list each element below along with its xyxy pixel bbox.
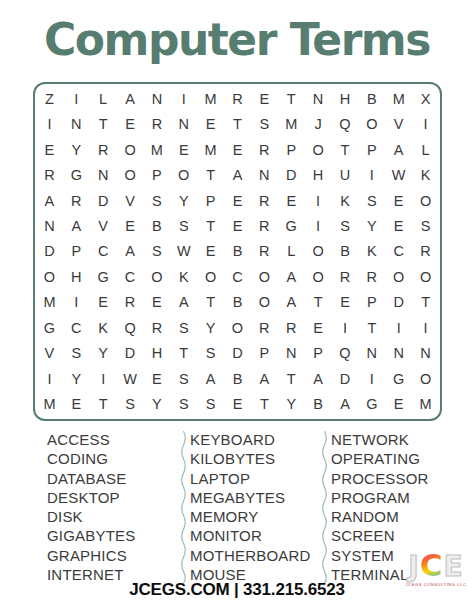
grid-cell[interactable]: O [36,264,63,289]
grid-cell[interactable]: K [412,162,439,187]
grid-cell[interactable]: T [251,392,278,417]
word-list-item: RANDOM [331,507,461,526]
grid-cell[interactable]: T [90,392,117,417]
grid-cell[interactable]: O [170,162,197,187]
grid-cell[interactable]: P [197,188,224,213]
word-list-item: KEYBOARD [190,430,318,449]
logo-letter-e: E [444,550,464,583]
grid-cell[interactable]: Z [36,86,63,111]
grid-cell[interactable]: G [63,162,90,187]
word-list-item: MONITOR [190,526,318,545]
grid-cell[interactable]: K [358,239,385,264]
grid-cell[interactable]: A [251,366,278,391]
grid-cell[interactable]: K [90,315,117,340]
grid-cell[interactable]: I [358,162,385,187]
grid-cell[interactable]: B [332,239,359,264]
grid-cell[interactable]: S [143,239,170,264]
grid-cell[interactable]: P [358,137,385,162]
grid-cell[interactable]: S [197,392,224,417]
grid-cell[interactable]: E [332,290,359,315]
grid-cell[interactable]: Y [63,137,90,162]
grid-cell[interactable]: E [224,137,251,162]
grid-cell[interactable]: J [305,111,332,136]
grid-cell[interactable]: E [224,213,251,238]
grid-cell[interactable]: I [36,366,63,391]
grid-cell[interactable]: N [143,86,170,111]
grid-cell[interactable]: R [143,111,170,136]
grid-cell[interactable]: E [143,366,170,391]
grid-cell[interactable]: B [224,366,251,391]
word-column-1: ACCESSCODINGDATABASEDESKTOPDISKGIGABYTES… [47,430,177,584]
grid-cell[interactable]: H [305,162,332,187]
grid-cell[interactable]: E [385,213,412,238]
grid-cell[interactable]: B [358,86,385,111]
grid-cell[interactable]: A [117,86,144,111]
grid-cell[interactable]: D [90,188,117,213]
grid-cell[interactable]: E [385,392,412,417]
grid-cell[interactable]: E [224,392,251,417]
logo-letter-c: C [420,547,444,583]
grid-cell[interactable]: H [143,341,170,366]
grid-cell[interactable]: N [305,86,332,111]
grid-cell[interactable]: R [117,290,144,315]
grid-cell[interactable]: I [90,366,117,391]
grid-cell[interactable]: D [36,239,63,264]
grid-cell[interactable]: H [332,86,359,111]
jce-logo: JCE JCEGS CONSULTING LLC [403,550,469,587]
grid-cell[interactable]: S [197,341,224,366]
grid-cell[interactable]: E [251,86,278,111]
grid-cell[interactable]: E [143,290,170,315]
grid-cell[interactable]: R [332,264,359,289]
grid-cell[interactable]: B [305,392,332,417]
grid-cell[interactable]: A [170,290,197,315]
grid-cell[interactable]: R [251,213,278,238]
grid-cell[interactable]: I [36,111,63,136]
grid-cell[interactable]: M [385,86,412,111]
grid-cell[interactable]: O [224,315,251,340]
grid-cell[interactable]: O [117,162,144,187]
word-list: ACCESSCODINGDATABASEDESKTOPDISKGIGABYTES… [47,430,461,584]
grid-cell[interactable]: P [63,239,90,264]
logo-tagline: JCEGS CONSULTING LLC [403,583,469,587]
word-list-item: ACCESS [47,430,177,449]
grid-cell[interactable]: R [143,315,170,340]
grid-cell[interactable]: E [385,188,412,213]
grid-cell[interactable]: L [278,239,305,264]
grid-cell[interactable]: T [197,162,224,187]
grid-cell[interactable]: V [90,213,117,238]
grid-cell[interactable]: N [36,213,63,238]
page-title: Computer Terms [0,14,474,65]
grid-cell[interactable]: Y [170,188,197,213]
grid-cell[interactable]: D [332,366,359,391]
grid-cell[interactable]: A [385,137,412,162]
grid-cell[interactable]: B [143,213,170,238]
grid-cell[interactable]: P [251,341,278,366]
word-list-item: KILOBYTES [190,449,318,468]
grid-cell[interactable]: N [170,111,197,136]
grid-cell[interactable]: S [117,392,144,417]
grid-cell[interactable]: I [170,86,197,111]
grid-cell[interactable]: S [170,392,197,417]
grid-cell[interactable]: N [385,341,412,366]
grid-cell[interactable]: M [36,290,63,315]
grid-cell[interactable]: S [358,188,385,213]
grid-cell[interactable]: I [332,315,359,340]
grid-cell[interactable]: T [278,86,305,111]
grid-cell[interactable]: S [170,213,197,238]
grid-cell[interactable]: O [305,137,332,162]
grid-cell[interactable]: T [90,111,117,136]
grid-cell[interactable]: G [90,264,117,289]
grid-cell[interactable]: G [385,366,412,391]
word-list-item: GIGABYTES [47,526,177,545]
grid-cell[interactable]: M [143,137,170,162]
word-list-item: DESKTOP [47,488,177,507]
grid-cell[interactable]: M [36,392,63,417]
grid-cell[interactable]: B [224,290,251,315]
grid-cell[interactable]: S [63,341,90,366]
grid-cell[interactable]: T [332,137,359,162]
grid-cell[interactable]: A [197,366,224,391]
grid-cell[interactable]: L [90,86,117,111]
grid-cell[interactable]: G [358,392,385,417]
word-list-item: PROGRAM [331,488,461,507]
grid-cell[interactable]: U [332,162,359,187]
grid-cell[interactable]: O [251,264,278,289]
grid-cell[interactable]: O [358,111,385,136]
grid-cell[interactable]: R [251,188,278,213]
grid-cell[interactable]: R [90,137,117,162]
word-list-item: DISK [47,507,177,526]
word-list-item: CODING [47,449,177,468]
grid-cell[interactable]: Y [197,315,224,340]
grid-cell[interactable]: E [197,239,224,264]
worksheet-page: Computer Terms ZILANIMRETNHBMXINTERNETSM… [0,0,474,613]
grid-cell[interactable]: S [332,213,359,238]
grid-cell[interactable]: R [63,188,90,213]
grid-cell[interactable]: D [385,290,412,315]
grid-cell[interactable]: E [278,188,305,213]
grid-cell[interactable]: T [358,315,385,340]
grid-cell[interactable]: O [305,239,332,264]
grid-cell[interactable]: T [197,213,224,238]
grid-cell[interactable]: E [224,188,251,213]
grid-cell[interactable]: I [412,111,439,136]
grid-cell[interactable]: E [170,137,197,162]
grid-cell[interactable]: T [224,111,251,136]
grid-cell[interactable]: I [63,86,90,111]
grid-cell[interactable]: S [143,188,170,213]
grid-cell[interactable]: Y [278,392,305,417]
grid-cell[interactable]: N [278,341,305,366]
word-list-item: GRAPHICS [47,546,177,565]
grid-cell[interactable]: K [170,264,197,289]
grid-cell[interactable]: R [36,162,63,187]
wavy-divider-icon [177,430,190,584]
grid-cell[interactable]: C [117,264,144,289]
grid-cell[interactable]: Y [63,366,90,391]
grid-cell[interactable]: N [412,341,439,366]
grid-cell[interactable]: V [36,341,63,366]
grid-cell[interactable]: Y [90,341,117,366]
grid-cell[interactable]: A [332,392,359,417]
grid-cell[interactable]: P [358,290,385,315]
word-list-item: SCREEN [331,526,461,545]
grid-cell[interactable]: R [251,315,278,340]
letter-grid: ZILANIMRETNHBMXINTERNETSMJQOVIEYROMEMERP… [33,82,442,421]
grid-cell[interactable]: Y [143,392,170,417]
grid-cell[interactable]: C [90,239,117,264]
grid-cell[interactable]: O [251,290,278,315]
wavy-divider-icon [318,430,331,584]
grid-cell[interactable]: E [117,111,144,136]
grid-cell[interactable]: P [143,162,170,187]
grid-cell[interactable]: O [143,264,170,289]
word-list-item: OPERATING [331,449,461,468]
grid-cell[interactable]: Q [332,111,359,136]
grid-cell[interactable]: T [305,290,332,315]
grid-cell[interactable]: R [412,239,439,264]
grid-cell[interactable]: O [412,366,439,391]
grid-cell[interactable]: L [412,137,439,162]
grid-cell[interactable]: I [412,315,439,340]
grid-cell[interactable]: E [305,315,332,340]
grid-cell[interactable]: C [385,239,412,264]
grid-cell[interactable]: T [197,290,224,315]
grid-cell[interactable]: P [305,341,332,366]
grid-cell[interactable]: H [63,264,90,289]
grid-cell[interactable]: I [305,213,332,238]
grid-cell[interactable]: B [224,239,251,264]
word-column-2: KEYBOARDKILOBYTESLAPTOPMEGABYTESMEMORYMO… [190,430,318,584]
grid-cell[interactable]: G [36,315,63,340]
grid-cell[interactable]: Q [117,315,144,340]
grid-cell[interactable]: M [197,86,224,111]
grid-cell[interactable]: W [117,366,144,391]
grid-cell[interactable]: W [385,162,412,187]
grid-cell[interactable]: R [278,315,305,340]
grid-cell[interactable]: S [412,213,439,238]
grid-cell[interactable]: R [251,239,278,264]
word-list-item: DATABASE [47,469,177,488]
grid-cell[interactable]: T [170,341,197,366]
grid-cell[interactable]: C [224,264,251,289]
grid-cell[interactable]: C [63,315,90,340]
grid-cell[interactable]: Q [332,341,359,366]
grid-cell[interactable]: N [251,162,278,187]
word-list-item: MEMORY [190,507,318,526]
word-list-item: PROCESSOR [331,469,461,488]
grid-cell[interactable]: O [385,264,412,289]
grid-cell[interactable]: T [278,366,305,391]
grid-cell[interactable]: O [412,188,439,213]
grid-cell[interactable]: R [224,86,251,111]
grid-cell[interactable]: R [251,137,278,162]
logo-letter-j: J [408,550,419,583]
grid-cell[interactable]: O [305,264,332,289]
grid-cell[interactable]: I [305,188,332,213]
grid-cell[interactable]: V [117,188,144,213]
grid-cell[interactable]: A [224,162,251,187]
grid-cell[interactable]: V [385,111,412,136]
grid-cell[interactable]: N [358,341,385,366]
grid-cell[interactable]: A [305,366,332,391]
word-list-item: NETWORK [331,430,461,449]
grid-cell[interactable]: N [90,162,117,187]
grid-cell[interactable]: O [197,264,224,289]
grid-cell[interactable]: E [197,111,224,136]
grid-cell[interactable]: X [412,86,439,111]
grid-cell[interactable]: K [332,188,359,213]
grid-cell[interactable]: A [36,188,63,213]
grid-cell[interactable]: T [412,290,439,315]
word-list-item: MOTHERBOARD [190,546,318,565]
grid-cell[interactable]: M [412,392,439,417]
grid-cell[interactable]: P [278,137,305,162]
grid-cell[interactable]: S [170,315,197,340]
grid-cell[interactable]: E [63,392,90,417]
grid-cell[interactable]: R [358,264,385,289]
grid-cell[interactable]: Y [358,213,385,238]
grid-cell[interactable]: I [63,290,90,315]
grid-cell[interactable]: G [278,213,305,238]
grid-cell[interactable]: E [36,137,63,162]
grid-cell[interactable]: D [117,341,144,366]
grid-cell[interactable]: D [224,341,251,366]
grid-cell[interactable]: O [412,264,439,289]
grid-cell[interactable]: S [170,366,197,391]
grid-cell[interactable]: E [90,290,117,315]
grid-cell[interactable]: S [251,111,278,136]
word-list-item: LAPTOP [190,469,318,488]
grid-cell[interactable]: A [278,290,305,315]
grid-cell[interactable]: I [358,366,385,391]
grid-cell[interactable]: M [197,137,224,162]
grid-cell[interactable]: W [170,239,197,264]
grid-cell[interactable]: A [117,239,144,264]
grid-cell[interactable]: O [117,137,144,162]
grid-cell[interactable]: I [385,315,412,340]
grid-cell[interactable]: M [278,111,305,136]
jce-logo-letters: JCE [403,550,469,581]
grid-cell[interactable]: N [63,111,90,136]
grid-cell[interactable]: A [278,264,305,289]
grid-cell[interactable]: A [63,213,90,238]
word-list-item: MEGABYTES [190,488,318,507]
grid-cell[interactable]: E [117,213,144,238]
grid-cell[interactable]: D [278,162,305,187]
